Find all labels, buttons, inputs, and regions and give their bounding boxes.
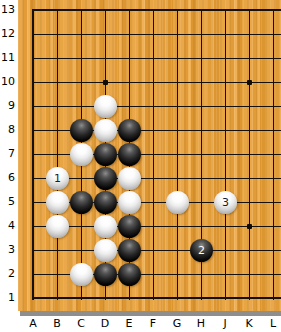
row-label-3: 3 bbox=[0, 243, 15, 257]
stone-black-D2[interactable] bbox=[94, 263, 117, 286]
row-label-9: 9 bbox=[0, 99, 15, 113]
stone-white-C2[interactable] bbox=[70, 263, 93, 286]
row-label-2: 2 bbox=[0, 267, 15, 281]
grid-line-h-4 bbox=[32, 226, 281, 227]
row-label-11: 11 bbox=[0, 51, 15, 65]
stone-white-E5[interactable] bbox=[118, 191, 141, 214]
stone-white-B4[interactable] bbox=[46, 215, 69, 238]
grid-line-h-9 bbox=[32, 106, 281, 107]
stone-black-E8[interactable] bbox=[118, 119, 141, 142]
row-label-13: 13 bbox=[0, 3, 15, 17]
grid-line-v-B bbox=[57, 9, 58, 300]
move-number-label: 3 bbox=[214, 191, 237, 214]
stone-black-C8[interactable] bbox=[70, 119, 93, 142]
col-label-G: G bbox=[169, 317, 185, 331]
stone-black-H3[interactable]: 2 bbox=[190, 239, 213, 262]
grid-line-h-13 bbox=[32, 9, 281, 11]
grid-line-v-K bbox=[249, 9, 250, 300]
grid-line-v-F bbox=[153, 9, 154, 300]
stone-white-G5[interactable] bbox=[166, 191, 189, 214]
stone-white-B5[interactable] bbox=[46, 191, 69, 214]
stone-white-D4[interactable] bbox=[94, 215, 117, 238]
col-label-C: C bbox=[73, 317, 89, 331]
stone-black-E7[interactable] bbox=[118, 143, 141, 166]
move-number-label: 2 bbox=[190, 239, 213, 262]
stone-black-E2[interactable] bbox=[118, 263, 141, 286]
board-shadow bbox=[20, 311, 281, 316]
go-diagram: 132 13121110987654321 ABCDEFGHJKL bbox=[0, 0, 281, 332]
col-label-L: L bbox=[265, 317, 281, 331]
stone-black-E4[interactable] bbox=[118, 215, 141, 238]
grid-line-v-L bbox=[273, 9, 274, 300]
col-label-H: H bbox=[193, 317, 209, 331]
row-label-12: 12 bbox=[0, 27, 15, 41]
grid-line-h-10 bbox=[32, 82, 281, 83]
stone-white-B6[interactable]: 1 bbox=[46, 167, 69, 190]
stone-white-J5[interactable]: 3 bbox=[214, 191, 237, 214]
row-label-1: 1 bbox=[0, 291, 15, 305]
grid-line-h-3 bbox=[32, 250, 281, 251]
grid-line-h-12 bbox=[32, 34, 281, 35]
stone-white-E6[interactable] bbox=[118, 167, 141, 190]
col-label-A: A bbox=[25, 317, 41, 331]
stone-white-D9[interactable] bbox=[94, 95, 117, 118]
grid-line-h-1 bbox=[32, 297, 281, 299]
col-label-F: F bbox=[145, 317, 161, 331]
grid-line-h-11 bbox=[32, 58, 281, 59]
row-label-5: 5 bbox=[0, 195, 15, 209]
row-label-6: 6 bbox=[0, 171, 15, 185]
grid-line-v-G bbox=[177, 9, 178, 300]
move-number-label: 1 bbox=[46, 167, 69, 190]
star-point-K4 bbox=[247, 224, 252, 229]
row-label-4: 4 bbox=[0, 219, 15, 233]
row-label-10: 10 bbox=[0, 75, 15, 89]
grid-line-v-J bbox=[225, 9, 226, 300]
col-label-E: E bbox=[121, 317, 137, 331]
grid-line-h-6 bbox=[32, 178, 281, 179]
col-label-D: D bbox=[97, 317, 113, 331]
row-label-7: 7 bbox=[0, 147, 15, 161]
stone-black-D7[interactable] bbox=[94, 143, 117, 166]
col-label-B: B bbox=[49, 317, 65, 331]
stone-black-D6[interactable] bbox=[94, 167, 117, 190]
star-point-D10 bbox=[103, 80, 108, 85]
grid-line-v-A bbox=[32, 9, 34, 300]
star-point-K10 bbox=[247, 80, 252, 85]
stone-white-C7[interactable] bbox=[70, 143, 93, 166]
stone-black-C5[interactable] bbox=[70, 191, 93, 214]
stone-white-D8[interactable] bbox=[94, 119, 117, 142]
stone-white-D3[interactable] bbox=[94, 239, 117, 262]
stone-black-E3[interactable] bbox=[118, 239, 141, 262]
col-label-K: K bbox=[241, 317, 257, 331]
stone-black-D5[interactable] bbox=[94, 191, 117, 214]
row-label-8: 8 bbox=[0, 123, 15, 137]
col-label-J: J bbox=[217, 317, 233, 331]
